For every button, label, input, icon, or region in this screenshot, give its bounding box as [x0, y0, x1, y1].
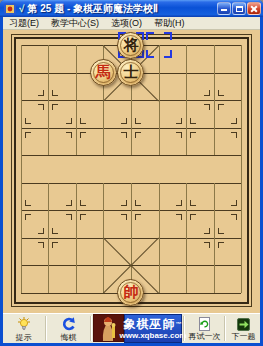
hint-button[interactable]: 提示 — [3, 314, 44, 343]
lightbulb-icon — [17, 317, 31, 332]
star-point-mark — [10, 117, 32, 139]
star-point-mark — [37, 89, 59, 111]
star-point-mark — [65, 199, 87, 221]
undo-arrow-icon — [61, 317, 76, 332]
star-point-mark — [203, 227, 225, 249]
titlebar[interactable]: √第 25 题 - 象棋巫师魔法学校Ⅱ — [0, 0, 263, 17]
star-point-mark — [203, 89, 225, 111]
app-icon — [4, 3, 16, 15]
retry-button[interactable]: 再试一次 — [186, 314, 223, 343]
window-title-text: 第 25 题 - 象棋巫师魔法学校Ⅱ — [28, 3, 159, 14]
next-arrow-icon — [237, 318, 250, 331]
star-point-mark — [175, 199, 197, 221]
maximize-button[interactable] — [232, 2, 246, 15]
bottom-toolbar: 提示 悔棋 象 — [3, 313, 260, 343]
star-point-mark — [120, 199, 142, 221]
minimize-button[interactable] — [217, 2, 231, 15]
menu-options[interactable]: 选项(O) — [105, 17, 148, 30]
undo-label: 悔棋 — [61, 333, 77, 342]
star-point-mark — [120, 117, 142, 139]
star-point-mark — [175, 117, 197, 139]
menubar: 习题(E) 教学中心(S) 选项(O) 帮助(H) — [3, 17, 260, 30]
menu-help[interactable]: 帮助(H) — [148, 17, 191, 30]
app-window: √第 25 题 - 象棋巫师魔法学校Ⅱ 习题(E) 教学中心(S) 选项(O) … — [0, 0, 263, 346]
toolbar-separator — [45, 316, 47, 341]
last-move-bracket — [146, 32, 172, 58]
toolbar-separator — [183, 316, 185, 341]
retry-label: 再试一次 — [189, 332, 221, 341]
star-point-mark — [230, 117, 252, 139]
star-point-mark — [37, 227, 59, 249]
menu-teaching-center[interactable]: 教学中心(S) — [45, 17, 105, 30]
toolbar-separator — [224, 316, 226, 341]
minimize-icon — [221, 9, 227, 11]
black-general[interactable]: 将 — [117, 32, 144, 59]
star-point-mark — [230, 199, 252, 221]
logo-title: 象棋巫師™ — [124, 318, 183, 331]
next-label: 下一题 — [232, 332, 256, 341]
window-title: √第 25 题 - 象棋巫师魔法学校Ⅱ — [19, 2, 217, 16]
next-problem-button[interactable]: 下一题 — [227, 314, 260, 343]
hint-label: 提示 — [16, 333, 32, 342]
logo-text-panel: 象棋巫師™ www.xqbase.com — [124, 314, 182, 343]
star-point-mark — [10, 199, 32, 221]
trademark: ™ — [176, 321, 183, 327]
logo-url: www.xqbase.com — [120, 331, 187, 340]
solved-check: √ — [19, 3, 25, 14]
star-point-mark — [65, 117, 87, 139]
close-button[interactable] — [247, 2, 261, 15]
toolbar-separator — [90, 316, 92, 341]
maximize-icon — [236, 6, 243, 12]
xiangqi-board[interactable]: 将馬士帥 — [3, 30, 260, 313]
menu-exercises[interactable]: 习题(E) — [3, 17, 45, 30]
red-horse[interactable]: 馬 — [90, 59, 117, 86]
retry-page-icon — [198, 317, 211, 331]
xqbase-logo[interactable]: 象棋巫師™ www.xqbase.com — [93, 314, 182, 343]
undo-button[interactable]: 悔棋 — [48, 314, 89, 343]
